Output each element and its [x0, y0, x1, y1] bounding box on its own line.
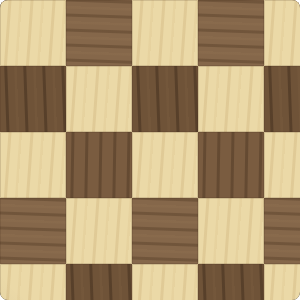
- board-square: [132, 66, 198, 132]
- board-square: [132, 264, 198, 300]
- board-square: [264, 0, 300, 66]
- board-square: [132, 0, 198, 66]
- board-square: [264, 198, 300, 264]
- board-square: [0, 0, 66, 66]
- board-square: [132, 132, 198, 198]
- board-square: [198, 264, 264, 300]
- board-square: [66, 66, 132, 132]
- board-square: [198, 198, 264, 264]
- board-square: [198, 66, 264, 132]
- board-square: [66, 198, 132, 264]
- board-square: [66, 132, 132, 198]
- board-square: [264, 264, 300, 300]
- board-square: [0, 198, 66, 264]
- board-square: [198, 132, 264, 198]
- board-square: [66, 264, 132, 300]
- board-square: [198, 0, 264, 66]
- board-square: [264, 66, 300, 132]
- chessboard: [0, 0, 300, 300]
- chessboard-photo: [0, 0, 300, 300]
- board-square: [0, 264, 66, 300]
- board-square: [66, 0, 132, 66]
- board-square: [0, 132, 66, 198]
- board-squares-grid: [0, 0, 300, 300]
- board-square: [132, 198, 198, 264]
- board-square: [264, 132, 300, 198]
- board-square: [0, 66, 66, 132]
